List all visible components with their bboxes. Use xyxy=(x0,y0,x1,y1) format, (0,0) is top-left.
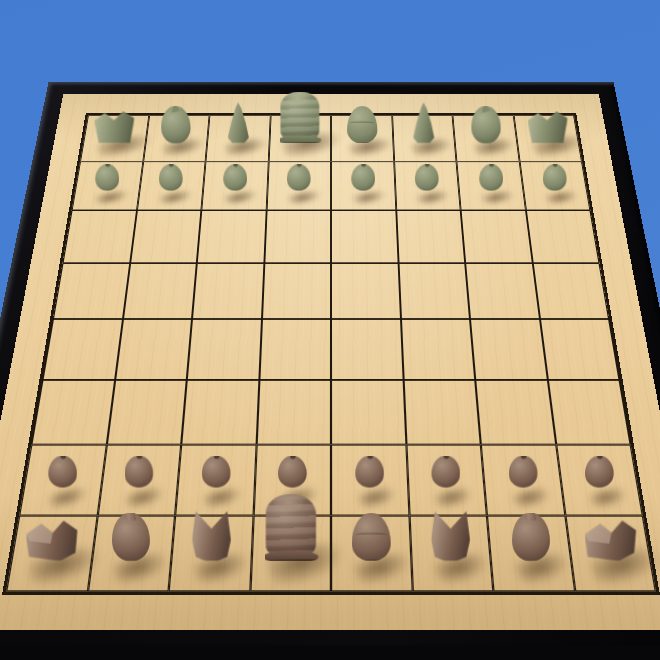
square-b7[interactable] xyxy=(137,161,206,210)
square-d7[interactable] xyxy=(266,161,331,210)
square-b5[interactable] xyxy=(123,263,197,319)
olive-pawn-piece[interactable] xyxy=(287,164,311,191)
square-b3[interactable] xyxy=(106,379,187,444)
square-g1[interactable] xyxy=(487,515,575,591)
piece-shadow xyxy=(353,189,388,207)
square-b4[interactable] xyxy=(115,319,192,379)
olive-pawn-piece[interactable] xyxy=(479,164,503,191)
olive-bishop-piece[interactable] xyxy=(410,102,439,143)
olive-knight-piece[interactable] xyxy=(161,106,190,143)
square-g6[interactable] xyxy=(461,210,533,262)
square-e4[interactable] xyxy=(331,319,403,379)
square-a2[interactable] xyxy=(19,445,106,515)
brown-pawn-piece[interactable] xyxy=(48,455,77,487)
brown-bishop-piece[interactable] xyxy=(430,511,471,562)
piece-shadow xyxy=(289,189,324,207)
square-e7[interactable] xyxy=(331,161,396,210)
square-f8[interactable] xyxy=(392,115,457,161)
brown-knight-piece[interactable] xyxy=(512,513,550,561)
olive-pawn-piece[interactable] xyxy=(159,164,183,191)
square-h1[interactable] xyxy=(565,515,656,591)
olive-pawn-piece[interactable] xyxy=(415,164,439,191)
brown-bishop-piece[interactable] xyxy=(190,511,231,562)
brown-pawn-piece[interactable] xyxy=(508,455,537,487)
piece-shadow xyxy=(357,484,399,511)
square-a8[interactable] xyxy=(80,115,149,161)
square-c2[interactable] xyxy=(175,445,256,515)
square-g2[interactable] xyxy=(481,445,565,515)
brown-pawn-piece[interactable] xyxy=(355,455,384,487)
square-h2[interactable] xyxy=(556,445,643,515)
brown-pawn-piece[interactable] xyxy=(202,455,231,487)
board-wood-margin xyxy=(0,94,660,630)
piece-shadow xyxy=(588,484,631,511)
brown-pawn-piece[interactable] xyxy=(432,455,461,487)
square-h6[interactable] xyxy=(525,210,599,262)
square-a6[interactable] xyxy=(63,210,137,262)
square-d5[interactable] xyxy=(262,263,332,319)
square-b2[interactable] xyxy=(97,445,181,515)
square-c5[interactable] xyxy=(192,263,264,319)
square-g8[interactable] xyxy=(452,115,519,161)
square-h4[interactable] xyxy=(540,319,620,379)
square-g3[interactable] xyxy=(475,379,556,444)
olive-knight-piece[interactable] xyxy=(471,106,500,143)
square-b6[interactable] xyxy=(130,210,202,262)
square-a7[interactable] xyxy=(72,161,143,210)
olive-queen-piece[interactable] xyxy=(347,106,377,143)
square-f1[interactable] xyxy=(409,515,493,591)
square-c4[interactable] xyxy=(187,319,262,379)
square-f5[interactable] xyxy=(398,263,470,319)
square-e6[interactable] xyxy=(331,210,398,262)
brown-queen-piece[interactable] xyxy=(351,513,390,561)
olive-pawn-piece[interactable] xyxy=(543,164,567,191)
piece-shadow xyxy=(160,189,194,207)
square-h7[interactable] xyxy=(519,161,590,210)
board-frame-bottom xyxy=(0,646,660,660)
board-scene xyxy=(0,0,660,660)
piece-shadow xyxy=(96,189,130,207)
square-c6[interactable] xyxy=(197,210,266,262)
square-a1[interactable] xyxy=(6,515,97,591)
square-e5[interactable] xyxy=(331,263,401,319)
piece-shadow xyxy=(417,189,452,207)
square-d8[interactable] xyxy=(268,115,331,161)
square-f3[interactable] xyxy=(403,379,481,444)
piece-shadow xyxy=(49,484,89,511)
piece-shadow xyxy=(434,484,476,511)
olive-pawn-piece[interactable] xyxy=(223,164,247,191)
olive-pawn-piece[interactable] xyxy=(95,164,119,191)
square-h8[interactable] xyxy=(513,115,582,161)
olive-king-piece[interactable] xyxy=(280,92,319,144)
brown-pawn-piece[interactable] xyxy=(585,455,614,487)
square-c3[interactable] xyxy=(181,379,259,444)
square-d6[interactable] xyxy=(264,210,331,262)
square-b1[interactable] xyxy=(87,515,175,591)
piece-shadow xyxy=(224,189,258,207)
board-grid xyxy=(2,113,660,595)
square-e3[interactable] xyxy=(331,379,406,444)
brown-pawn-piece[interactable] xyxy=(278,455,307,487)
square-g4[interactable] xyxy=(470,319,547,379)
square-d3[interactable] xyxy=(256,379,331,444)
board-frame xyxy=(0,82,660,654)
square-c8[interactable] xyxy=(206,115,271,161)
square-c1[interactable] xyxy=(169,515,253,591)
olive-rook-piece[interactable] xyxy=(528,111,568,143)
brown-king-piece[interactable] xyxy=(266,495,317,562)
brown-rook-piece[interactable] xyxy=(25,520,77,561)
square-g5[interactable] xyxy=(465,263,539,319)
piece-shadow xyxy=(546,189,581,207)
square-h3[interactable] xyxy=(547,379,630,444)
square-f7[interactable] xyxy=(394,161,461,210)
square-e2[interactable] xyxy=(331,445,409,515)
olive-pawn-piece[interactable] xyxy=(351,164,375,191)
square-h5[interactable] xyxy=(532,263,609,319)
piece-shadow xyxy=(203,484,244,511)
square-c7[interactable] xyxy=(201,161,268,210)
square-a5[interactable] xyxy=(53,263,130,319)
brown-rook-piece[interactable] xyxy=(585,520,637,561)
brown-knight-piece[interactable] xyxy=(112,513,150,561)
square-f2[interactable] xyxy=(406,445,487,515)
piece-shadow xyxy=(481,189,516,207)
olive-rook-piece[interactable] xyxy=(94,111,134,143)
square-d4[interactable] xyxy=(259,319,331,379)
square-g7[interactable] xyxy=(456,161,525,210)
brown-pawn-piece[interactable] xyxy=(125,455,154,487)
square-a3[interactable] xyxy=(31,379,114,444)
olive-bishop-piece[interactable] xyxy=(224,102,253,143)
square-d1[interactable] xyxy=(250,515,331,591)
square-a4[interactable] xyxy=(43,319,123,379)
square-f4[interactable] xyxy=(401,319,476,379)
square-f6[interactable] xyxy=(396,210,465,262)
square-b8[interactable] xyxy=(143,115,210,161)
